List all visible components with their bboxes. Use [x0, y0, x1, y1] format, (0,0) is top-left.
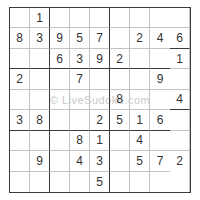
cell-r8c7[interactable]: 5	[130, 151, 150, 171]
cell-r2c3[interactable]: 9	[50, 28, 70, 48]
cell-r2c1[interactable]: 8	[10, 28, 30, 48]
cell-r1c5[interactable]	[90, 8, 110, 28]
cell-r5c9[interactable]: 4	[170, 90, 190, 110]
cell-r1c3[interactable]	[50, 8, 70, 28]
cell-r5c4[interactable]	[70, 90, 90, 110]
cell-r5c8[interactable]	[150, 90, 170, 110]
cell-r3c8[interactable]	[150, 49, 170, 69]
cell-r9c6[interactable]	[110, 172, 130, 192]
cell-r2c8[interactable]: 4	[150, 28, 170, 48]
cell-r7c3[interactable]	[50, 131, 70, 151]
cell-r5c1[interactable]	[10, 90, 30, 110]
cell-r9c8[interactable]	[150, 172, 170, 192]
cell-r7c8[interactable]	[150, 131, 170, 151]
cell-r8c2[interactable]: 9	[30, 151, 50, 171]
cell-r9c5[interactable]: 5	[90, 172, 110, 192]
cell-r2c7[interactable]: 2	[130, 28, 150, 48]
cell-r1c4[interactable]	[70, 8, 90, 28]
cell-r8c3[interactable]	[50, 151, 70, 171]
cell-r4c1[interactable]: 2	[10, 69, 30, 89]
cell-r4c4[interactable]: 7	[70, 69, 90, 89]
cell-r7c1[interactable]	[10, 131, 30, 151]
cell-r1c2[interactable]: 1	[30, 8, 50, 28]
cell-r2c2[interactable]: 3	[30, 28, 50, 48]
cell-r9c2[interactable]	[30, 172, 50, 192]
cell-r6c6[interactable]: 5	[110, 110, 130, 130]
cell-r8c4[interactable]: 4	[70, 151, 90, 171]
cell-r9c4[interactable]	[70, 172, 90, 192]
cell-r3c3[interactable]: 6	[50, 49, 70, 69]
cell-r3c6[interactable]: 2	[110, 49, 130, 69]
cell-r3c2[interactable]	[30, 49, 50, 69]
cell-r3c5[interactable]: 9	[90, 49, 110, 69]
cell-r4c5[interactable]	[90, 69, 110, 89]
cell-r9c9[interactable]	[170, 172, 190, 192]
cell-r6c5[interactable]: 2	[90, 110, 110, 130]
cell-r8c8[interactable]: 7	[150, 151, 170, 171]
cell-r4c3[interactable]	[50, 69, 70, 89]
cell-r7c4[interactable]: 8	[70, 131, 90, 151]
cell-r6c2[interactable]: 8	[30, 110, 50, 130]
cell-r9c3[interactable]	[50, 172, 70, 192]
cell-r6c3[interactable]	[50, 110, 70, 130]
cell-r3c4[interactable]: 3	[70, 49, 90, 69]
cell-r5c7[interactable]	[130, 90, 150, 110]
cell-r2c9[interactable]: 6	[170, 28, 190, 48]
cell-r4c8[interactable]: 9	[150, 69, 170, 89]
cell-r7c5[interactable]: 1	[90, 131, 110, 151]
cell-r8c1[interactable]	[10, 151, 30, 171]
cell-r1c1[interactable]	[10, 8, 30, 28]
cell-r3c9[interactable]: 1	[170, 49, 190, 69]
cell-r6c1[interactable]: 3	[10, 110, 30, 130]
cell-r4c7[interactable]	[130, 69, 150, 89]
cell-r1c8[interactable]	[150, 8, 170, 28]
cell-r4c9[interactable]	[170, 69, 190, 89]
cell-r2c6[interactable]	[110, 28, 130, 48]
cell-r1c6[interactable]	[110, 8, 130, 28]
cell-r6c7[interactable]: 1	[130, 110, 150, 130]
cell-r9c1[interactable]	[10, 172, 30, 192]
cell-r5c2[interactable]	[30, 90, 50, 110]
cell-r7c9[interactable]	[170, 131, 190, 151]
cell-r4c2[interactable]	[30, 69, 50, 89]
cell-r2c5[interactable]: 7	[90, 28, 110, 48]
cell-r1c9[interactable]	[170, 8, 190, 28]
cell-r7c6[interactable]	[110, 131, 130, 151]
sudoku-board: © LiveSudoku.com 18395724663921279843825…	[9, 7, 191, 193]
cell-r6c8[interactable]: 6	[150, 110, 170, 130]
cell-r9c7[interactable]	[130, 172, 150, 192]
cell-r8c6[interactable]	[110, 151, 130, 171]
cell-r2c4[interactable]: 5	[70, 28, 90, 48]
cell-r1c7[interactable]	[130, 8, 150, 28]
cell-r6c9[interactable]	[170, 110, 190, 130]
cell-r5c3[interactable]	[50, 90, 70, 110]
cell-r5c5[interactable]	[90, 90, 110, 110]
cell-r3c7[interactable]	[130, 49, 150, 69]
cell-r8c9[interactable]: 2	[170, 151, 190, 171]
cell-r8c5[interactable]: 3	[90, 151, 110, 171]
cell-r4c6[interactable]	[110, 69, 130, 89]
cell-r7c2[interactable]	[30, 131, 50, 151]
cell-r6c4[interactable]	[70, 110, 90, 130]
cell-r3c1[interactable]	[10, 49, 30, 69]
cell-r5c6[interactable]: 8	[110, 90, 130, 110]
cell-r7c7[interactable]: 4	[130, 131, 150, 151]
